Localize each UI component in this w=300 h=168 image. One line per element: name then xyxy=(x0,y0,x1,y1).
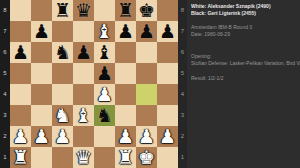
square-h6[interactable] xyxy=(157,42,178,63)
square-g2[interactable]: ♟ xyxy=(136,126,157,147)
square-b2[interactable]: ♟ xyxy=(31,126,52,147)
white-player-line: White: Aleksander Sznapik (2490) xyxy=(191,3,300,9)
opening-name: Sicilian Defense: Lasker-Pelikan Variati… xyxy=(191,60,300,66)
black-king: ♚ xyxy=(138,0,155,21)
square-h4[interactable] xyxy=(157,84,178,105)
white-pawn: ♟ xyxy=(12,126,29,147)
square-a6[interactable]: ♟ xyxy=(10,42,31,63)
square-a5[interactable] xyxy=(10,63,31,84)
black-knight: ♞ xyxy=(54,42,71,63)
square-d7[interactable] xyxy=(73,21,94,42)
white-bishop: ♝ xyxy=(96,21,113,42)
square-b5[interactable] xyxy=(31,63,52,84)
square-b7[interactable]: ♟ xyxy=(31,21,52,42)
rank-label-3: 3 xyxy=(0,105,10,126)
rank-label-7: 7 xyxy=(0,21,10,42)
white-pawn: ♟ xyxy=(159,126,176,147)
square-h5[interactable] xyxy=(157,63,178,84)
square-f8[interactable]: ♜ xyxy=(115,0,136,21)
event-line: Amsterdam IBM-B Round 3 xyxy=(191,24,300,30)
rank-label-4: 4 xyxy=(178,84,187,105)
black-pawn: ♟ xyxy=(117,21,134,42)
square-h8[interactable] xyxy=(157,0,178,21)
square-f5[interactable] xyxy=(115,63,136,84)
square-a4[interactable] xyxy=(10,84,31,105)
rank-label-5: 5 xyxy=(178,63,187,84)
square-f6[interactable] xyxy=(115,42,136,63)
rank-label-5: 5 xyxy=(0,63,10,84)
square-a2[interactable]: ♟ xyxy=(10,126,31,147)
square-e8[interactable] xyxy=(94,0,115,21)
square-b1[interactable] xyxy=(31,147,52,168)
date-line: Date: 1980-06-29 xyxy=(191,31,300,37)
square-d5[interactable] xyxy=(73,63,94,84)
square-g8[interactable]: ♚ xyxy=(136,0,157,21)
square-d6[interactable]: ♟ xyxy=(73,42,94,63)
square-g5[interactable] xyxy=(136,63,157,84)
square-e1[interactable] xyxy=(94,147,115,168)
square-d1[interactable]: ♛ xyxy=(73,147,94,168)
square-c2[interactable]: ♟ xyxy=(52,126,73,147)
square-c7[interactable] xyxy=(52,21,73,42)
rank-label-1: 1 xyxy=(0,147,10,168)
square-f7[interactable]: ♟ xyxy=(115,21,136,42)
square-g6[interactable] xyxy=(136,42,157,63)
white-queen: ♛ xyxy=(75,147,92,168)
rank-label-6: 6 xyxy=(0,42,10,63)
game-info-panel: White: Aleksander Sznapik (2490) Black: … xyxy=(187,0,300,168)
square-d2[interactable] xyxy=(73,126,94,147)
square-c6[interactable]: ♞ xyxy=(52,42,73,63)
square-f1[interactable]: ♜ xyxy=(115,147,136,168)
rank-labels-left: 87654321 xyxy=(0,0,10,168)
square-d8[interactable]: ♛ xyxy=(73,0,94,21)
square-h3[interactable] xyxy=(157,105,178,126)
white-pawn: ♟ xyxy=(117,126,134,147)
black-knight: ♞ xyxy=(96,105,113,126)
white-rook: ♜ xyxy=(12,147,29,168)
black-pawn: ♟ xyxy=(33,21,50,42)
square-b4[interactable] xyxy=(31,84,52,105)
rank-label-2: 2 xyxy=(0,126,10,147)
square-f4[interactable] xyxy=(115,84,136,105)
square-g3[interactable] xyxy=(136,105,157,126)
square-b3[interactable] xyxy=(31,105,52,126)
square-b8[interactable] xyxy=(31,0,52,21)
rank-label-2: 2 xyxy=(178,126,187,147)
rank-label-1: 1 xyxy=(178,147,187,168)
black-player-line: Black: Gert Ligterink (2455) xyxy=(191,10,300,16)
black-pawn: ♟ xyxy=(159,21,176,42)
square-e7[interactable]: ♝ xyxy=(94,21,115,42)
square-c5[interactable] xyxy=(52,63,73,84)
square-c8[interactable]: ♜ xyxy=(52,0,73,21)
square-h1[interactable] xyxy=(157,147,178,168)
square-d4[interactable] xyxy=(73,84,94,105)
black-queen: ♛ xyxy=(75,0,92,21)
rank-label-6: 6 xyxy=(178,42,187,63)
square-h2[interactable]: ♟ xyxy=(157,126,178,147)
rank-label-4: 4 xyxy=(0,84,10,105)
square-e4[interactable]: ♟ xyxy=(94,84,115,105)
black-rook: ♜ xyxy=(117,0,134,21)
white-pawn: ♟ xyxy=(96,84,113,105)
white-pawn: ♟ xyxy=(54,126,71,147)
square-e6[interactable]: ♝ xyxy=(94,42,115,63)
square-d3[interactable]: ♝ xyxy=(73,105,94,126)
square-f3[interactable] xyxy=(115,105,136,126)
square-a7[interactable] xyxy=(10,21,31,42)
square-e5[interactable]: ♟ xyxy=(94,63,115,84)
square-g7[interactable]: ♟ xyxy=(136,21,157,42)
black-bishop: ♝ xyxy=(96,42,113,63)
black-pawn: ♟ xyxy=(138,21,155,42)
square-e3[interactable]: ♞ xyxy=(94,105,115,126)
rank-labels-right: 87654321 xyxy=(178,0,187,168)
square-e2[interactable] xyxy=(94,126,115,147)
rank-label-8: 8 xyxy=(178,0,187,21)
black-pawn: ♟ xyxy=(96,63,113,84)
square-c3[interactable]: ♞ xyxy=(52,105,73,126)
result-line: Result: 1/2-1/2 xyxy=(191,75,300,81)
white-pawn: ♟ xyxy=(138,126,155,147)
square-a8[interactable] xyxy=(10,0,31,21)
rank-label-7: 7 xyxy=(178,21,187,42)
white-king: ♚ xyxy=(138,147,155,168)
chess-board: ♜♛♜♚♟♝♟♟♟♟♞♟♝♟♟♞♝♞♟♟♟♟♟♟♜♛♜♚ xyxy=(10,0,178,168)
white-knight: ♞ xyxy=(54,105,71,126)
square-c4[interactable] xyxy=(52,84,73,105)
rank-label-8: 8 xyxy=(0,0,10,21)
square-g4[interactable] xyxy=(136,84,157,105)
rank-label-3: 3 xyxy=(178,105,187,126)
white-bishop: ♝ xyxy=(75,105,92,126)
white-rook: ♜ xyxy=(117,147,134,168)
app-container: 87654321 ♜♛♜♚♟♝♟♟♟♟♞♟♝♟♟♞♝♞♟♟♟♟♟♟♜♛♜♚ 87… xyxy=(0,0,300,168)
square-b6[interactable] xyxy=(31,42,52,63)
black-pawn: ♟ xyxy=(75,42,92,63)
square-a3[interactable] xyxy=(10,105,31,126)
square-h7[interactable]: ♟ xyxy=(157,21,178,42)
black-pawn: ♟ xyxy=(12,42,29,63)
white-pawn: ♟ xyxy=(33,126,50,147)
square-c1[interactable] xyxy=(52,147,73,168)
black-rook: ♜ xyxy=(54,0,71,21)
square-a1[interactable]: ♜ xyxy=(10,147,31,168)
opening-label: Opening: xyxy=(191,53,300,59)
square-g1[interactable]: ♚ xyxy=(136,147,157,168)
square-f2[interactable]: ♟ xyxy=(115,126,136,147)
